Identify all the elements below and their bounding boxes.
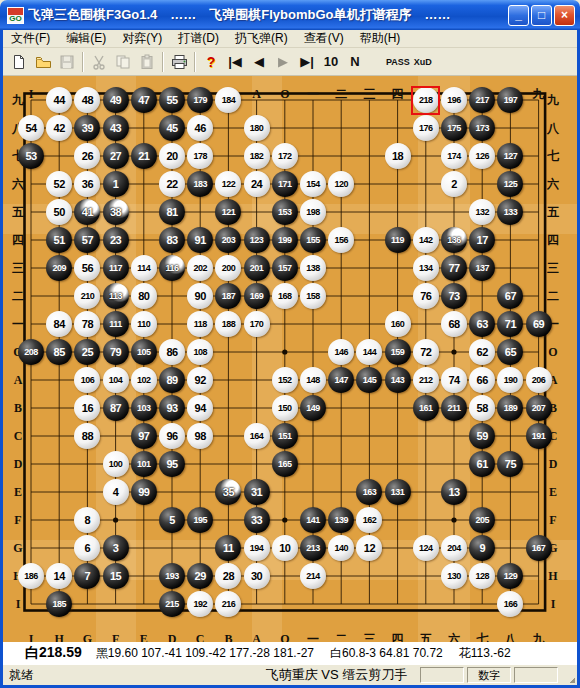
menu-item-2[interactable]: 对弈(Y) bbox=[114, 29, 170, 48]
stone-49-black: 49 bbox=[103, 87, 129, 113]
white-score: 白218.59 bbox=[25, 644, 82, 662]
stone-89-black: 89 bbox=[159, 367, 185, 393]
stone-165-black: 165 bbox=[272, 451, 298, 477]
stone-178-white: 178 bbox=[187, 143, 213, 169]
menu-item-3[interactable]: 打谱(D) bbox=[170, 29, 227, 48]
stone-140-white: 140 bbox=[328, 535, 354, 561]
stone-171-black: 171 bbox=[272, 171, 298, 197]
stone-87-black: 87 bbox=[103, 395, 129, 421]
stone-116-mixed: 116 bbox=[159, 255, 185, 281]
stone-186-white: 186 bbox=[18, 563, 44, 589]
stone-93-black: 93 bbox=[159, 395, 185, 421]
stone-199-black: 199 bbox=[272, 227, 298, 253]
coord-row-left-E: E bbox=[9, 485, 27, 499]
stone-102-white: 102 bbox=[131, 367, 157, 393]
status-panel-mode: 数字 bbox=[467, 667, 511, 683]
stone-156-white: 156 bbox=[328, 227, 354, 253]
minimize-button[interactable]: _ bbox=[508, 5, 529, 26]
stone-38-mixed: 38 bbox=[103, 199, 129, 225]
stone-202-white: 202 bbox=[187, 255, 213, 281]
show-n-button[interactable]: N bbox=[344, 51, 366, 73]
stone-52-white: 52 bbox=[46, 171, 72, 197]
stone-53-black: 53 bbox=[18, 143, 44, 169]
stone-138-white: 138 bbox=[300, 255, 326, 281]
coord-col-top-二: 二 bbox=[332, 87, 350, 101]
toolbar-separator bbox=[82, 52, 84, 72]
stone-153-black: 153 bbox=[272, 199, 298, 225]
stone-54-white: 54 bbox=[18, 115, 44, 141]
stone-118-white: 118 bbox=[187, 311, 213, 337]
stone-194-white: 194 bbox=[244, 535, 270, 561]
toolbar-separator bbox=[194, 52, 196, 72]
stone-51-black: 51 bbox=[46, 227, 72, 253]
stone-131-black: 131 bbox=[385, 479, 411, 505]
stone-108-white: 108 bbox=[187, 339, 213, 365]
stone-22-white: 22 bbox=[159, 171, 185, 197]
stone-68-white: 68 bbox=[441, 311, 467, 337]
coord-row-right-五: 五 bbox=[544, 205, 562, 219]
stone-10-white: 10 bbox=[272, 535, 298, 561]
menu-item-5[interactable]: 查看(V) bbox=[296, 29, 352, 48]
cut-button bbox=[88, 51, 110, 73]
capture-info-1: 白60.8-3 64.81 70.72 bbox=[330, 645, 443, 662]
page-icon bbox=[11, 54, 27, 70]
stone-218-white: 218 bbox=[413, 87, 439, 113]
stone-205-black: 205 bbox=[469, 507, 495, 533]
stone-2-white: 2 bbox=[441, 171, 467, 197]
stone-182-white: 182 bbox=[244, 143, 270, 169]
stone-180-white: 180 bbox=[244, 115, 270, 141]
stone-23-black: 23 bbox=[103, 227, 129, 253]
copy-icon bbox=[115, 54, 131, 70]
stone-46-white: 46 bbox=[187, 115, 213, 141]
clipboard-icon bbox=[139, 54, 155, 70]
coord-col-top-四: 四 bbox=[389, 87, 407, 101]
coord-row-right-F: F bbox=[544, 513, 562, 527]
coord-row-right-九: 九 bbox=[544, 93, 562, 107]
coord-row-right-六: 六 bbox=[544, 177, 562, 191]
stone-150-white: 150 bbox=[272, 395, 298, 421]
stone-61-black: 61 bbox=[469, 451, 495, 477]
stone-149-black: 149 bbox=[300, 395, 326, 421]
stone-111-black: 111 bbox=[103, 311, 129, 337]
go-board[interactable]: IIHHGGFFEEDDCCBBAAOO一一二二三三四四五五六六七七八八九九九九… bbox=[0, 76, 580, 642]
stone-50-white: 50 bbox=[46, 199, 72, 225]
stone-147-black: 147 bbox=[328, 367, 354, 393]
stone-215-black: 215 bbox=[159, 591, 185, 617]
stone-4-white: 4 bbox=[103, 479, 129, 505]
stone-161-black: 161 bbox=[413, 395, 439, 421]
coord-row-right-八: 八 bbox=[544, 121, 562, 135]
stone-198-white: 198 bbox=[300, 199, 326, 225]
show-ten-button[interactable]: 10 bbox=[320, 51, 342, 73]
coord-row-left-F: F bbox=[9, 513, 27, 527]
stone-97-black: 97 bbox=[131, 423, 157, 449]
coord-row-right-二: 二 bbox=[544, 289, 562, 303]
stone-44-white: 44 bbox=[46, 87, 72, 113]
stone-77-black: 77 bbox=[441, 255, 467, 281]
stone-18-white: 18 bbox=[385, 143, 411, 169]
stone-201-black: 201 bbox=[244, 255, 270, 281]
stone-13-black: 13 bbox=[441, 479, 467, 505]
stone-158-white: 158 bbox=[300, 283, 326, 309]
stone-31-black: 31 bbox=[244, 479, 270, 505]
stone-27-black: 27 bbox=[103, 143, 129, 169]
open-button[interactable] bbox=[32, 51, 54, 73]
save-button bbox=[56, 51, 78, 73]
new-button[interactable] bbox=[8, 51, 30, 73]
stone-134-white: 134 bbox=[413, 255, 439, 281]
stone-146-white: 146 bbox=[328, 339, 354, 365]
status-ready: 就绪 bbox=[3, 667, 253, 684]
stone-196-white: 196 bbox=[441, 87, 467, 113]
stone-193-black: 193 bbox=[159, 563, 185, 589]
stone-206-white: 206 bbox=[526, 367, 552, 393]
nav-last-button[interactable]: ▶| bbox=[296, 51, 318, 73]
status-bar: 就绪 飞萌重庆 VS 缙云剪刀手 数字 bbox=[3, 664, 577, 685]
stone-45-black: 45 bbox=[159, 115, 185, 141]
question-icon: ? bbox=[207, 54, 216, 70]
stone-110-white: 110 bbox=[131, 311, 157, 337]
stone-85-black: 85 bbox=[46, 339, 72, 365]
stone-128-white: 128 bbox=[469, 563, 495, 589]
stone-117-black: 117 bbox=[103, 255, 129, 281]
stone-76-white: 76 bbox=[413, 283, 439, 309]
app-window: GO 飞弹三色围棋F3Go1.4 …… 飞弹围棋FlybombGo单机打谱程序 … bbox=[0, 0, 580, 688]
coord-row-right-O: O bbox=[544, 345, 562, 359]
stone-113-mixed: 113 bbox=[103, 283, 129, 309]
stone-79-black: 79 bbox=[103, 339, 129, 365]
stone-179-black: 179 bbox=[187, 87, 213, 113]
stone-137-black: 137 bbox=[469, 255, 495, 281]
stone-101-black: 101 bbox=[131, 451, 157, 477]
stone-55-black: 55 bbox=[159, 87, 185, 113]
stone-139-black: 139 bbox=[328, 507, 354, 533]
stone-130-white: 130 bbox=[441, 563, 467, 589]
status-panel-2 bbox=[514, 667, 558, 683]
stone-98-white: 98 bbox=[187, 423, 213, 449]
toolbar: ?|◀◀▶▶|10NPASSXuD bbox=[3, 48, 577, 76]
stone-191-black: 191 bbox=[526, 423, 552, 449]
coord-col-top-三: 三 bbox=[360, 87, 378, 101]
disk-icon bbox=[59, 54, 75, 70]
print-button[interactable] bbox=[168, 51, 190, 73]
stone-96-white: 96 bbox=[159, 423, 185, 449]
coord-row-left-D: D bbox=[9, 457, 27, 471]
stone-154-white: 154 bbox=[300, 171, 326, 197]
stone-160-white: 160 bbox=[385, 311, 411, 337]
stone-17-black: 17 bbox=[469, 227, 495, 253]
stone-72-white: 72 bbox=[413, 339, 439, 365]
nav-first-button[interactable]: |◀ bbox=[224, 51, 246, 73]
stone-94-white: 94 bbox=[187, 395, 213, 421]
stone-211-black: 211 bbox=[441, 395, 467, 421]
title-bar: GO 飞弹三色围棋F3Go1.4 …… 飞弹围棋FlybombGo单机打谱程序 … bbox=[0, 0, 580, 30]
menu-item-0[interactable]: 文件(F) bbox=[3, 29, 58, 48]
stone-90-white: 90 bbox=[187, 283, 213, 309]
stone-170-white: 170 bbox=[244, 311, 270, 337]
stone-58-white: 58 bbox=[469, 395, 495, 421]
stone-169-black: 169 bbox=[244, 283, 270, 309]
coord-row-left-G: G bbox=[9, 541, 27, 555]
stone-204-white: 204 bbox=[441, 535, 467, 561]
stone-29-black: 29 bbox=[187, 563, 213, 589]
stone-15-black: 15 bbox=[103, 563, 129, 589]
stone-86-white: 86 bbox=[159, 339, 185, 365]
capture-info-2: 花113.-62 bbox=[459, 645, 511, 662]
menu-item-4[interactable]: 扔飞弹(R) bbox=[227, 29, 296, 48]
stone-43-black: 43 bbox=[103, 115, 129, 141]
stone-157-black: 157 bbox=[272, 255, 298, 281]
stone-69-black: 69 bbox=[526, 311, 552, 337]
stone-14-white: 14 bbox=[46, 563, 72, 589]
stone-124-white: 124 bbox=[413, 535, 439, 561]
coord-col-top-O: O bbox=[276, 87, 294, 101]
stone-100-white: 100 bbox=[103, 451, 129, 477]
stone-185-black: 185 bbox=[46, 591, 72, 617]
stone-84-white: 84 bbox=[46, 311, 72, 337]
window-title: 飞弹三色围棋F3Go1.4 …… 飞弹围棋FlybombGo单机打谱程序 …… bbox=[28, 6, 506, 24]
coord-row-right-H: H bbox=[544, 569, 562, 583]
toolbar-separator bbox=[162, 52, 164, 72]
stone-33-black: 33 bbox=[244, 507, 270, 533]
stone-192-white: 192 bbox=[187, 591, 213, 617]
coord-col-top-一: 一 bbox=[304, 87, 322, 101]
coord-row-right-E: E bbox=[544, 485, 562, 499]
stone-99-black: 99 bbox=[131, 479, 157, 505]
stone-208-black: 208 bbox=[18, 339, 44, 365]
stone-132-white: 132 bbox=[469, 199, 495, 225]
stone-30-white: 30 bbox=[244, 563, 270, 589]
stone-172-white: 172 bbox=[272, 143, 298, 169]
app-icon: GO bbox=[7, 7, 24, 24]
stone-209-black: 209 bbox=[46, 255, 72, 281]
coord-row-right-三: 三 bbox=[544, 261, 562, 275]
coord-row-right-四: 四 bbox=[544, 233, 562, 247]
stone-91-black: 91 bbox=[187, 227, 213, 253]
folder-icon bbox=[35, 54, 52, 70]
coord-row-left-四: 四 bbox=[9, 233, 27, 247]
stone-175-black: 175 bbox=[441, 115, 467, 141]
stone-1-black: 1 bbox=[103, 171, 129, 197]
stone-195-black: 195 bbox=[187, 507, 213, 533]
xud-button[interactable]: XuD bbox=[412, 51, 434, 73]
stone-217-black: 217 bbox=[469, 87, 495, 113]
resize-grip[interactable] bbox=[561, 667, 575, 683]
coord-row-left-五: 五 bbox=[9, 205, 27, 219]
stone-95-black: 95 bbox=[159, 451, 185, 477]
stone-3-black: 3 bbox=[103, 535, 129, 561]
stone-9-black: 9 bbox=[469, 535, 495, 561]
stone-141-black: 141 bbox=[300, 507, 326, 533]
stone-47-black: 47 bbox=[131, 87, 157, 113]
stone-152-white: 152 bbox=[272, 367, 298, 393]
coord-row-right-D: D bbox=[544, 457, 562, 471]
stone-136-mixed: 136 bbox=[441, 227, 467, 253]
capture-info-0: 黑19.60 107.-41 109.-42 177.-28 181.-27 bbox=[96, 645, 314, 662]
stone-183-black: 183 bbox=[187, 171, 213, 197]
copy-button bbox=[112, 51, 134, 73]
stone-74-white: 74 bbox=[441, 367, 467, 393]
coord-row-left-B: B bbox=[9, 401, 27, 415]
players-label: 飞萌重庆 VS 缙云剪刀手 bbox=[253, 666, 420, 684]
stone-114-white: 114 bbox=[131, 255, 157, 281]
stone-63-black: 63 bbox=[469, 311, 495, 337]
coord-row-left-六: 六 bbox=[9, 177, 27, 191]
coord-row-left-二: 二 bbox=[9, 289, 27, 303]
maximize-button[interactable]: □ bbox=[531, 5, 552, 26]
stone-173-black: 173 bbox=[469, 115, 495, 141]
stone-159-black: 159 bbox=[385, 339, 411, 365]
stone-20-white: 20 bbox=[159, 143, 185, 169]
stone-83-black: 83 bbox=[159, 227, 185, 253]
coord-row-right-I: I bbox=[544, 597, 562, 611]
stone-176-white: 176 bbox=[413, 115, 439, 141]
close-button[interactable]: × bbox=[554, 5, 575, 26]
stone-213-black: 213 bbox=[300, 535, 326, 561]
menu-item-6[interactable]: 帮助(H) bbox=[352, 29, 409, 48]
score-info-strip: 白218.59 黑19.60 107.-41 109.-42 177.-28 1… bbox=[3, 642, 577, 664]
stone-143-black: 143 bbox=[385, 367, 411, 393]
stone-142-white: 142 bbox=[413, 227, 439, 253]
stone-168-white: 168 bbox=[272, 283, 298, 309]
nav-prev-button[interactable]: ◀ bbox=[248, 51, 270, 73]
stone-155-black: 155 bbox=[300, 227, 326, 253]
nav-next-button: ▶ bbox=[272, 51, 294, 73]
stone-104-white: 104 bbox=[103, 367, 129, 393]
paste-button bbox=[136, 51, 158, 73]
stone-66-white: 66 bbox=[469, 367, 495, 393]
coord-row-left-I: I bbox=[9, 597, 27, 611]
stone-214-white: 214 bbox=[300, 563, 326, 589]
status-panel-1 bbox=[420, 667, 464, 683]
stone-81-black: 81 bbox=[159, 199, 185, 225]
stone-73-black: 73 bbox=[441, 283, 467, 309]
stone-174-white: 174 bbox=[441, 143, 467, 169]
stone-80-white: 80 bbox=[131, 283, 157, 309]
menu-item-1[interactable]: 编辑(E) bbox=[58, 29, 114, 48]
coord-row-left-三: 三 bbox=[9, 261, 27, 275]
stone-119-black: 119 bbox=[385, 227, 411, 253]
stone-148-white: 148 bbox=[300, 367, 326, 393]
stone-123-black: 123 bbox=[244, 227, 270, 253]
stone-24-white: 24 bbox=[244, 171, 270, 197]
stone-207-black: 207 bbox=[526, 395, 552, 421]
pass-button[interactable]: PASS bbox=[386, 51, 410, 73]
stone-5-black: 5 bbox=[159, 507, 185, 533]
coord-row-left-C: C bbox=[9, 429, 27, 443]
stone-62-white: 62 bbox=[469, 339, 495, 365]
scissors-icon bbox=[91, 54, 107, 70]
stone-120-white: 120 bbox=[328, 171, 354, 197]
stone-92-white: 92 bbox=[187, 367, 213, 393]
stone-151-black: 151 bbox=[272, 423, 298, 449]
stone-21-black: 21 bbox=[131, 143, 157, 169]
stone-126-white: 126 bbox=[469, 143, 495, 169]
help-button[interactable]: ? bbox=[200, 51, 222, 73]
stone-167-black: 167 bbox=[526, 535, 552, 561]
window-border-left bbox=[0, 30, 3, 688]
stone-103-black: 103 bbox=[131, 395, 157, 421]
coord-col-top-A: A bbox=[248, 87, 266, 101]
stone-42-white: 42 bbox=[46, 115, 72, 141]
coord-row-left-一: 一 bbox=[9, 317, 27, 331]
menu-bar: 文件(F)编辑(E)对弈(Y)打谱(D)扔飞弹(R)查看(V)帮助(H) bbox=[3, 30, 577, 48]
coord-row-left-A: A bbox=[9, 373, 27, 387]
stone-59-black: 59 bbox=[469, 423, 495, 449]
printer-icon bbox=[171, 54, 188, 70]
stone-164-white: 164 bbox=[244, 423, 270, 449]
coord-row-left-九: 九 bbox=[9, 93, 27, 107]
coord-row-right-七: 七 bbox=[544, 149, 562, 163]
stone-212-white: 212 bbox=[413, 367, 439, 393]
stone-105-black: 105 bbox=[131, 339, 157, 365]
